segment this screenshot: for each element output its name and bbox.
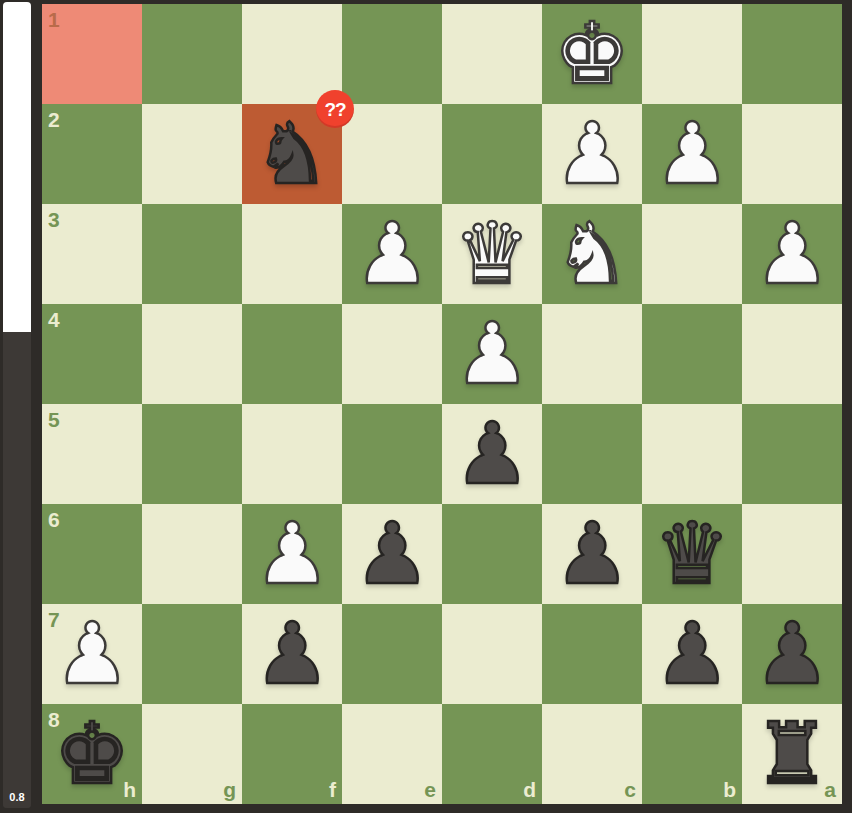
black-pawn-f7[interactable]: ♟ — [242, 604, 342, 704]
square-e8[interactable]: e — [342, 704, 442, 804]
square-e7[interactable] — [342, 604, 442, 704]
black-queen-b6[interactable]: ♛ — [642, 504, 742, 604]
black-pawn-c6[interactable]: ♟ — [542, 504, 642, 604]
square-b4[interactable] — [642, 304, 742, 404]
square-g4[interactable] — [142, 304, 242, 404]
square-f7[interactable]: ♟ — [242, 604, 342, 704]
square-h7[interactable]: 7♟ — [42, 604, 142, 704]
rank-label-2: 2 — [48, 109, 60, 130]
white-king-c1[interactable]: ♚ — [542, 4, 642, 104]
file-label-f: f — [329, 779, 336, 800]
square-h2[interactable]: 2 — [42, 104, 142, 204]
file-label-e: e — [424, 779, 436, 800]
square-b2[interactable]: ♟ — [642, 104, 742, 204]
square-g2[interactable] — [142, 104, 242, 204]
square-a5[interactable] — [742, 404, 842, 504]
square-h5[interactable]: 5 — [42, 404, 142, 504]
square-g8[interactable]: g — [142, 704, 242, 804]
file-label-c: c — [624, 779, 636, 800]
rank-label-1: 1 — [48, 9, 60, 30]
white-pawn-b2[interactable]: ♟ — [642, 104, 742, 204]
eval-score: 0.8 — [3, 791, 31, 803]
square-h4[interactable]: 4 — [42, 304, 142, 404]
square-g5[interactable] — [142, 404, 242, 504]
square-d4[interactable]: ♟ — [442, 304, 542, 404]
file-label-g: g — [223, 779, 236, 800]
square-h3[interactable]: 3 — [42, 204, 142, 304]
square-g7[interactable] — [142, 604, 242, 704]
square-c3[interactable]: ♞ — [542, 204, 642, 304]
square-e1[interactable] — [342, 4, 442, 104]
square-c6[interactable]: ♟ — [542, 504, 642, 604]
square-c2[interactable]: ♟ — [542, 104, 642, 204]
white-pawn-a3[interactable]: ♟ — [742, 204, 842, 304]
square-a7[interactable]: ♟ — [742, 604, 842, 704]
rank-label-5: 5 — [48, 409, 60, 430]
square-f3[interactable] — [242, 204, 342, 304]
black-pawn-d5[interactable]: ♟ — [442, 404, 542, 504]
square-f4[interactable] — [242, 304, 342, 404]
square-b5[interactable] — [642, 404, 742, 504]
square-a2[interactable] — [742, 104, 842, 204]
square-d3[interactable]: ♛ — [442, 204, 542, 304]
black-pawn-a7[interactable]: ♟ — [742, 604, 842, 704]
square-c8[interactable]: c — [542, 704, 642, 804]
square-h6[interactable]: 6 — [42, 504, 142, 604]
blunder-badge-label: ?? — [324, 100, 345, 119]
square-e3[interactable]: ♟ — [342, 204, 442, 304]
black-pawn-b7[interactable]: ♟ — [642, 604, 742, 704]
blunder-badge: ?? — [316, 90, 354, 128]
white-pawn-f6[interactable]: ♟ — [242, 504, 342, 604]
rank-label-4: 4 — [48, 309, 60, 330]
square-b1[interactable] — [642, 4, 742, 104]
square-f6[interactable]: ♟ — [242, 504, 342, 604]
square-e4[interactable] — [342, 304, 442, 404]
rank-label-6: 6 — [48, 509, 60, 530]
square-d6[interactable] — [442, 504, 542, 604]
square-g6[interactable] — [142, 504, 242, 604]
white-pawn-c2[interactable]: ♟ — [542, 104, 642, 204]
square-c4[interactable] — [542, 304, 642, 404]
square-d2[interactable] — [442, 104, 542, 204]
square-a3[interactable]: ♟ — [742, 204, 842, 304]
square-b3[interactable] — [642, 204, 742, 304]
black-pawn-e6[interactable]: ♟ — [342, 504, 442, 604]
black-rook-a8[interactable]: ♜ — [742, 704, 842, 804]
white-pawn-e3[interactable]: ♟ — [342, 204, 442, 304]
white-knight-c3[interactable]: ♞ — [542, 204, 642, 304]
square-a4[interactable] — [742, 304, 842, 404]
white-pawn-h7[interactable]: ♟ — [42, 604, 142, 704]
square-b8[interactable]: b — [642, 704, 742, 804]
square-a1[interactable] — [742, 4, 842, 104]
square-a6[interactable] — [742, 504, 842, 604]
square-g3[interactable] — [142, 204, 242, 304]
square-d1[interactable] — [442, 4, 542, 104]
square-g1[interactable] — [142, 4, 242, 104]
square-f1[interactable] — [242, 4, 342, 104]
square-b7[interactable]: ♟ — [642, 604, 742, 704]
square-d7[interactable] — [442, 604, 542, 704]
square-d5[interactable]: ♟ — [442, 404, 542, 504]
white-pawn-d4[interactable]: ♟ — [442, 304, 542, 404]
eval-black-section — [3, 332, 31, 808]
file-label-d: d — [523, 779, 536, 800]
rank-label-3: 3 — [48, 209, 60, 230]
square-a8[interactable]: a♜ — [742, 704, 842, 804]
square-d8[interactable]: d — [442, 704, 542, 804]
square-f8[interactable]: f — [242, 704, 342, 804]
white-queen-d3[interactable]: ♛ — [442, 204, 542, 304]
chess-board[interactable]: 1♚2♞♟♟3♟♛♞♟4♟5♟6♟♟♟♛7♟♟♟♟8h♚gfedcba♜?? — [42, 4, 842, 804]
eval-white-section — [3, 2, 31, 332]
square-e5[interactable] — [342, 404, 442, 504]
black-king-h8[interactable]: ♚ — [42, 704, 142, 804]
square-c5[interactable] — [542, 404, 642, 504]
square-c1[interactable]: ♚ — [542, 4, 642, 104]
file-label-b: b — [723, 779, 736, 800]
square-h1[interactable]: 1 — [42, 4, 142, 104]
square-e2[interactable] — [342, 104, 442, 204]
square-f5[interactable] — [242, 404, 342, 504]
game-window: 0.8 1♚2♞♟♟3♟♛♞♟4♟5♟6♟♟♟♛7♟♟♟♟8h♚gfedcba♜… — [0, 0, 852, 813]
square-c7[interactable] — [542, 604, 642, 704]
square-h8[interactable]: 8h♚ — [42, 704, 142, 804]
evaluation-bar: 0.8 — [3, 2, 31, 808]
square-b6[interactable]: ♛ — [642, 504, 742, 604]
square-e6[interactable]: ♟ — [342, 504, 442, 604]
